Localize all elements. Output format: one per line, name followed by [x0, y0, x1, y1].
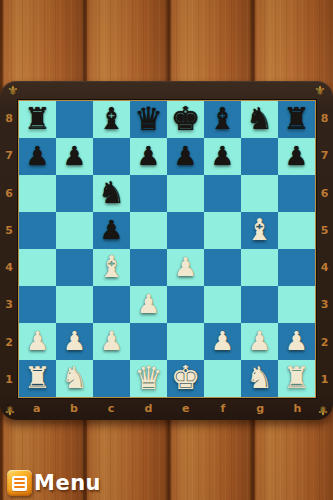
square-g6[interactable]: [241, 175, 278, 212]
square-g2[interactable]: ♟: [241, 323, 278, 360]
square-b6[interactable]: [56, 175, 93, 212]
white-pawn[interactable]: ♟: [248, 328, 271, 354]
black-queen[interactable]: ♛: [134, 103, 163, 135]
square-f2[interactable]: ♟: [204, 323, 241, 360]
square-e6[interactable]: [167, 175, 204, 212]
rank-label-1: 1: [316, 361, 333, 398]
hamburger-menu-icon: [7, 470, 32, 496]
square-f3[interactable]: [204, 286, 241, 323]
square-c2[interactable]: ♟: [93, 323, 130, 360]
black-pawn[interactable]: ♟: [211, 143, 234, 169]
square-g1[interactable]: ♞: [241, 360, 278, 397]
file-label-b: b: [55, 398, 92, 418]
square-b3[interactable]: [56, 286, 93, 323]
white-pawn[interactable]: ♟: [137, 291, 160, 317]
square-c5[interactable]: ♟: [93, 212, 130, 249]
corner-ornament-icon: ⚜: [4, 404, 16, 417]
white-pawn[interactable]: ♟: [174, 254, 197, 280]
menu-button[interactable]: Menu: [7, 470, 101, 496]
corner-ornament-icon: ⚜: [7, 84, 19, 97]
square-d3[interactable]: ♟: [130, 286, 167, 323]
file-labels-bottom: abcdefgh: [18, 398, 316, 418]
black-knight[interactable]: ♞: [98, 178, 125, 208]
rank-label-4: 4: [0, 249, 18, 286]
square-g8[interactable]: ♞: [241, 101, 278, 138]
file-label-f: f: [204, 398, 241, 418]
app-screen: ⚜ ⚜ ⚜ ⚜ 87654321 87654321 abcdefgh ♜♝♛♚♝…: [0, 0, 333, 500]
square-h1[interactable]: ♜: [278, 360, 315, 397]
square-b8[interactable]: [56, 101, 93, 138]
rank-label-2: 2: [316, 324, 333, 361]
square-f1[interactable]: [204, 360, 241, 397]
rank-label-2: 2: [0, 324, 18, 361]
square-a4[interactable]: [19, 249, 56, 286]
square-f8[interactable]: ♝: [204, 101, 241, 138]
rank-label-7: 7: [316, 137, 333, 174]
square-a8[interactable]: ♜: [19, 101, 56, 138]
rank-label-8: 8: [316, 100, 333, 137]
hamburger-menu-bars: [12, 476, 27, 491]
white-pawn[interactable]: ♟: [26, 328, 49, 354]
square-h5[interactable]: [278, 212, 315, 249]
square-d6[interactable]: [130, 175, 167, 212]
white-pawn[interactable]: ♟: [100, 328, 123, 354]
menu-label: Menu: [34, 471, 101, 495]
square-h4[interactable]: [278, 249, 315, 286]
square-b1[interactable]: ♞: [56, 360, 93, 397]
square-a1[interactable]: ♜: [19, 360, 56, 397]
file-label-a: a: [18, 398, 55, 418]
rank-label-6: 6: [316, 175, 333, 212]
square-c8[interactable]: ♝: [93, 101, 130, 138]
square-e8[interactable]: ♚: [167, 101, 204, 138]
rank-label-5: 5: [0, 212, 18, 249]
rank-label-5: 5: [316, 212, 333, 249]
white-pawn[interactable]: ♟: [285, 328, 308, 354]
black-knight[interactable]: ♞: [246, 104, 273, 134]
square-a3[interactable]: [19, 286, 56, 323]
rank-label-7: 7: [0, 137, 18, 174]
square-g3[interactable]: [241, 286, 278, 323]
square-b5[interactable]: [56, 212, 93, 249]
square-e3[interactable]: [167, 286, 204, 323]
square-e2[interactable]: [167, 323, 204, 360]
square-a5[interactable]: [19, 212, 56, 249]
square-f6[interactable]: [204, 175, 241, 212]
square-h6[interactable]: [278, 175, 315, 212]
white-rook[interactable]: ♜: [24, 363, 51, 393]
square-c4[interactable]: ♝: [93, 249, 130, 286]
rank-label-8: 8: [0, 100, 18, 137]
rank-label-4: 4: [316, 249, 333, 286]
square-e5[interactable]: [167, 212, 204, 249]
square-e7[interactable]: ♟: [167, 138, 204, 175]
square-a7[interactable]: ♟: [19, 138, 56, 175]
square-h2[interactable]: ♟: [278, 323, 315, 360]
square-g4[interactable]: [241, 249, 278, 286]
white-queen[interactable]: ♛: [134, 362, 163, 394]
rank-label-3: 3: [316, 286, 333, 323]
file-label-h: h: [279, 398, 316, 418]
square-d8[interactable]: ♛: [130, 101, 167, 138]
file-label-c: c: [93, 398, 130, 418]
white-pawn[interactable]: ♟: [63, 328, 86, 354]
square-d4[interactable]: [130, 249, 167, 286]
file-label-e: e: [167, 398, 204, 418]
square-b7[interactable]: ♟: [56, 138, 93, 175]
square-c6[interactable]: ♞: [93, 175, 130, 212]
square-d7[interactable]: ♟: [130, 138, 167, 175]
white-rook[interactable]: ♜: [283, 363, 310, 393]
square-d5[interactable]: [130, 212, 167, 249]
white-pawn[interactable]: ♟: [211, 328, 234, 354]
black-pawn[interactable]: ♟: [63, 143, 86, 169]
rank-labels-right: 87654321: [316, 100, 333, 398]
square-c3[interactable]: [93, 286, 130, 323]
square-f7[interactable]: ♟: [204, 138, 241, 175]
rank-labels-left: 87654321: [0, 100, 18, 398]
square-g7[interactable]: [241, 138, 278, 175]
square-h7[interactable]: ♟: [278, 138, 315, 175]
square-d1[interactable]: ♛: [130, 360, 167, 397]
square-f4[interactable]: [204, 249, 241, 286]
file-label-g: g: [242, 398, 279, 418]
square-a6[interactable]: [19, 175, 56, 212]
square-e4[interactable]: ♟: [167, 249, 204, 286]
rank-label-3: 3: [0, 286, 18, 323]
rank-label-6: 6: [0, 175, 18, 212]
black-pawn[interactable]: ♟: [285, 143, 308, 169]
board-squares: ♜♝♛♚♝♞♜♟♟♟♟♟♟♞♟♝♝♟♟♟♟♟♟♟♟♜♞♛♚♞♜: [18, 100, 316, 398]
black-pawn[interactable]: ♟: [100, 217, 123, 243]
white-knight[interactable]: ♞: [246, 363, 273, 393]
square-a2[interactable]: ♟: [19, 323, 56, 360]
square-e1[interactable]: ♚: [167, 360, 204, 397]
black-rook[interactable]: ♜: [283, 104, 310, 134]
square-b2[interactable]: ♟: [56, 323, 93, 360]
black-king[interactable]: ♚: [171, 102, 201, 135]
square-f5[interactable]: [204, 212, 241, 249]
square-b4[interactable]: [56, 249, 93, 286]
corner-ornament-icon: ⚜: [317, 404, 329, 417]
square-h3[interactable]: [278, 286, 315, 323]
square-g5[interactable]: ♝: [241, 212, 278, 249]
corner-ornament-icon: ⚜: [314, 84, 326, 97]
black-pawn[interactable]: ♟: [137, 143, 160, 169]
black-pawn[interactable]: ♟: [174, 143, 197, 169]
white-bishop[interactable]: ♝: [246, 215, 273, 245]
white-knight[interactable]: ♞: [61, 363, 88, 393]
chess-board: ⚜ ⚜ ⚜ ⚜ 87654321 87654321 abcdefgh ♜♝♛♚♝…: [0, 81, 333, 420]
rank-label-1: 1: [0, 361, 18, 398]
black-bishop[interactable]: ♝: [209, 104, 236, 134]
black-rook[interactable]: ♜: [24, 104, 51, 134]
square-h8[interactable]: ♜: [278, 101, 315, 138]
black-pawn[interactable]: ♟: [26, 143, 49, 169]
black-bishop[interactable]: ♝: [98, 104, 125, 134]
white-bishop[interactable]: ♝: [98, 252, 125, 282]
square-c7[interactable]: [93, 138, 130, 175]
white-king[interactable]: ♚: [171, 361, 201, 394]
square-c1[interactable]: [93, 360, 130, 397]
file-label-d: d: [130, 398, 167, 418]
square-d2[interactable]: [130, 323, 167, 360]
